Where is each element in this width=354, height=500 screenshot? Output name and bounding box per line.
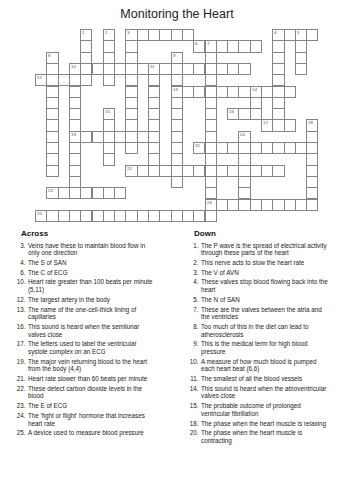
grid-cell-r9c23[interactable] (284, 119, 296, 131)
cell-number: 7 (207, 41, 209, 45)
cell-number: 8 (48, 53, 50, 57)
grid-cell-r2c20[interactable] (250, 40, 262, 52)
grid-cell-r13c22[interactable] (272, 165, 284, 177)
cell-number: 16 (229, 109, 234, 113)
clue-text: Heart rate greater than 100 beats per mi… (28, 278, 178, 293)
grid-cell-r5c5[interactable] (80, 74, 92, 86)
clue-number: 8. (181, 323, 201, 338)
cell-number: 24 (207, 200, 212, 204)
clue-text: A measure of how much blood is pumpedeac… (201, 358, 353, 373)
clue-text: Too much of this in the diet can lead to… (201, 323, 353, 338)
cell-number: 18 (308, 120, 313, 124)
cell-number: 6 (195, 41, 197, 45)
clue-number: 11. (181, 375, 201, 383)
clue-text: Heart rate slower than 60 beats per minu… (28, 375, 178, 383)
clue-down-20: 20.The phase when the heart muscle iscon… (181, 429, 353, 444)
cell-number: 19 (71, 132, 76, 136)
clue-across-4: 4.The S of SAN (8, 259, 178, 267)
clue-number: 18. (181, 420, 201, 428)
crossword-grid: 1234567891011121314151617181920212223242… (35, 29, 319, 223)
clue-number: 14. (181, 385, 201, 400)
clue-down-7: 7.These are the valves between the atria… (181, 306, 353, 321)
clue-down-11: 11.The smallest of all the blood vessels (181, 375, 353, 383)
cell-number: 23 (48, 188, 53, 192)
clue-text: The S of SAN (28, 259, 178, 267)
clue-number: 4. (8, 259, 28, 267)
down-header: Down (194, 229, 353, 238)
grid-cell-r15c8[interactable] (114, 187, 126, 199)
clue-text: The 'fight or flight' hormone that incre… (28, 412, 178, 427)
cell-number: 3 (127, 30, 129, 34)
clue-number: 25. (8, 429, 28, 437)
clue-text: This sound is heard when the semilunarva… (28, 323, 178, 338)
crossword-page: Monitoring the Heart 1234567891011121314… (0, 0, 354, 500)
clue-down-10: 10.A measure of how much blood is pumped… (181, 358, 353, 373)
grid-cell-r4c24[interactable] (295, 63, 307, 75)
clue-down-3: 3.The V of AVN (181, 269, 353, 277)
across-clues: Across 3.Veins have these to maintain bl… (8, 229, 178, 439)
cell-number: 9 (173, 53, 175, 57)
cell-number: 21 (195, 143, 200, 147)
clue-across-12: 12.The largest artery in the body (8, 296, 178, 304)
clue-text: The largest artery in the body (28, 296, 178, 304)
cell-number: 5 (297, 30, 299, 34)
cell-number: 11 (150, 64, 155, 68)
clue-across-21: 21.Heart rate slower than 60 beats per m… (8, 375, 178, 383)
down-clue-list: 1.The P wave is the spread of electrical… (181, 242, 353, 445)
down-clues: Down 1.The P wave is the spread of elect… (181, 229, 353, 447)
clue-across-24: 24.The 'fight or flight' hormone that in… (8, 412, 178, 427)
cell-number: 4 (274, 30, 276, 34)
cell-number: 2 (105, 30, 107, 34)
clue-text: The smallest of all the blood vessels (201, 375, 353, 383)
clue-number: 9. (181, 340, 201, 355)
grid-cell-r12c7[interactable] (103, 153, 115, 165)
clue-number: 3. (181, 269, 201, 277)
clue-text: These valves stop blood flowing back int… (201, 278, 353, 293)
clue-across-6: 6.The C of ECG (8, 269, 178, 277)
clue-across-19: 19.The major vein returning blood to the… (8, 358, 178, 373)
grid-cell-r16c25[interactable] (306, 199, 318, 211)
clue-down-15: 15.The probable outcome of prolongedvent… (181, 402, 353, 417)
clue-across-25: 25.A device used to measure blood pressu… (8, 429, 178, 437)
clue-across-22: 22.These detect carbon dioxide levels in… (8, 385, 178, 400)
clue-down-14: 14.This sound is heard when the atrioven… (181, 385, 353, 400)
clue-number: 4. (181, 278, 201, 293)
clue-down-5: 5.The N of SAN (181, 296, 353, 304)
clue-down-18: 18.The phase when the heart muscle is re… (181, 420, 353, 428)
clue-across-23: 23.The E of ECG (8, 402, 178, 410)
clue-text: The letters used to label the ventricula… (28, 340, 178, 355)
clue-down-4: 4.These valves stop blood flowing back i… (181, 278, 353, 293)
clue-text: The major vein returning blood to the he… (28, 358, 178, 373)
clue-number: 13. (8, 306, 28, 321)
clue-number: 5. (181, 296, 201, 304)
clue-text: Veins have these to maintain blood flow … (28, 242, 178, 257)
clue-text: A device used to measure blood pressure (28, 429, 178, 437)
clue-text: This nerve acts to slow the heart rate (201, 259, 353, 267)
clue-number: 3. (8, 242, 28, 257)
cell-number: 13 (173, 87, 178, 91)
clue-text: These are the valves between the atria a… (201, 306, 353, 321)
clue-number: 22. (8, 385, 28, 400)
puzzle-title: Monitoring the Heart (0, 7, 354, 21)
clue-across-3: 3.Veins have these to maintain blood flo… (8, 242, 178, 257)
grid-cell-r6c23[interactable] (284, 86, 296, 98)
clue-number: 20. (181, 429, 201, 444)
clue-down-9: 9.This is the medical term for high bloo… (181, 340, 353, 355)
cell-number: 10 (71, 64, 76, 68)
grid-cell-r11c9[interactable] (125, 142, 137, 154)
clue-number: 17. (8, 340, 28, 355)
grid-cell-r13c2[interactable] (46, 165, 58, 177)
cell-number: 15 (105, 109, 110, 113)
clue-number: 15. (181, 402, 201, 417)
clue-number: 21. (8, 375, 28, 383)
clue-number: 16. (8, 323, 28, 338)
clue-down-8: 8.Too much of this in the diet can lead … (181, 323, 353, 338)
clue-across-10: 10.Heart rate greater than 100 beats per… (8, 278, 178, 293)
clue-down-1: 1.The P wave is the spread of electrical… (181, 242, 353, 257)
grid-cell-r1c25[interactable] (306, 29, 318, 41)
clue-text: The name of the one-cell-thick lining of… (28, 306, 178, 321)
clue-number: 7. (181, 306, 201, 321)
clue-number: 19. (8, 358, 28, 373)
grid-cell-r4c19[interactable] (238, 63, 250, 75)
clue-text: The C of ECG (28, 269, 178, 277)
clue-number: 10. (181, 358, 201, 373)
clue-across-16: 16.This sound is heard when the semiluna… (8, 323, 178, 338)
clue-across-17: 17.The letters used to label the ventric… (8, 340, 178, 355)
cell-number: 14 (252, 87, 257, 91)
cell-number: 12 (37, 75, 42, 79)
clue-number: 1. (181, 242, 201, 257)
clue-text: The N of SAN (201, 296, 353, 304)
cell-number: 25 (37, 211, 42, 215)
grid-cell-r5c7[interactable] (103, 74, 115, 86)
clue-number: 10. (8, 278, 28, 293)
across-clue-list: 3.Veins have these to maintain blood flo… (8, 242, 178, 438)
clue-across-13: 13.The name of the one-cell-thick lining… (8, 306, 178, 321)
clue-text: These detect carbon dioxide levels in th… (28, 385, 178, 400)
clue-text: The phase when the heart muscle iscontra… (201, 429, 353, 444)
clue-text: The P wave is the spread of electrical a… (201, 242, 353, 257)
clue-number: 2. (181, 259, 201, 267)
clue-number: 23. (8, 402, 28, 410)
clue-number: 24. (8, 412, 28, 427)
clue-down-2: 2.This nerve acts to slow the heart rate (181, 259, 353, 267)
grid-cell-r17c16[interactable] (205, 210, 217, 222)
clue-text: The E of ECG (28, 402, 178, 410)
cell-number: 1 (82, 30, 84, 34)
cell-number: 17 (263, 120, 268, 124)
cell-number: 20 (240, 132, 245, 136)
clue-number: 6. (8, 269, 28, 277)
cell-number: 22 (127, 166, 132, 170)
across-header: Across (21, 229, 178, 238)
clue-text: The probable outcome of prolongedventric… (201, 402, 353, 417)
clue-text: The V of AVN (201, 269, 353, 277)
grid-cell-r14c13[interactable] (171, 176, 183, 188)
clue-text: This sound is heard when the atrioventri… (201, 385, 353, 400)
clue-number: 12. (8, 296, 28, 304)
clue-text: The phase when the heart muscle is relax… (201, 420, 353, 428)
clue-text: This is the medical term for high bloodp… (201, 340, 353, 355)
